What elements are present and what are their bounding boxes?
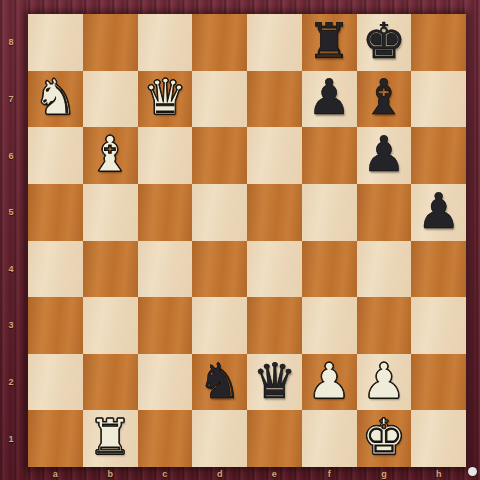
square-e1[interactable] xyxy=(247,410,302,467)
square-f7[interactable]: ♟ xyxy=(302,71,357,128)
square-a7[interactable]: ♞ xyxy=(28,71,83,128)
square-h2[interactable] xyxy=(411,354,466,411)
square-f4[interactable] xyxy=(302,241,357,298)
square-d2[interactable]: ♞ xyxy=(192,354,247,411)
square-h5[interactable]: ♟ xyxy=(411,184,466,241)
piece-black-rook-f8[interactable]: ♜ xyxy=(307,17,351,66)
square-f8[interactable]: ♜ xyxy=(302,14,357,71)
side-to-move-indicator xyxy=(468,467,477,476)
square-d1[interactable] xyxy=(192,410,247,467)
square-g4[interactable] xyxy=(357,241,412,298)
square-a1[interactable] xyxy=(28,410,83,467)
square-g7[interactable]: ♝ xyxy=(357,71,412,128)
square-a2[interactable] xyxy=(28,354,83,411)
square-c5[interactable] xyxy=(138,184,193,241)
square-g1[interactable]: ♚ xyxy=(357,410,412,467)
rank-label-7: 7 xyxy=(0,71,28,128)
piece-black-queen-e2[interactable]: ♛ xyxy=(252,357,296,406)
square-a6[interactable] xyxy=(28,127,83,184)
piece-white-king-g1[interactable]: ♚ xyxy=(362,413,406,462)
rank-label-2: 2 xyxy=(0,354,28,411)
square-g5[interactable] xyxy=(357,184,412,241)
square-g6[interactable]: ♟ xyxy=(357,127,412,184)
piece-white-pawn-g2[interactable]: ♟ xyxy=(362,357,406,406)
square-c1[interactable] xyxy=(138,410,193,467)
file-label-e: e xyxy=(247,467,302,480)
square-a4[interactable] xyxy=(28,241,83,298)
square-h6[interactable] xyxy=(411,127,466,184)
square-d4[interactable] xyxy=(192,241,247,298)
square-h7[interactable] xyxy=(411,71,466,128)
square-f2[interactable]: ♟ xyxy=(302,354,357,411)
rank-labels: 87654321 xyxy=(0,14,28,467)
piece-black-pawn-g6[interactable]: ♟ xyxy=(362,130,406,179)
square-h8[interactable] xyxy=(411,14,466,71)
square-h1[interactable] xyxy=(411,410,466,467)
square-h4[interactable] xyxy=(411,241,466,298)
rank-label-5: 5 xyxy=(0,184,28,241)
square-b6[interactable]: ♝ xyxy=(83,127,138,184)
piece-white-knight-a7[interactable]: ♞ xyxy=(33,73,77,122)
piece-black-bishop-g7[interactable]: ♝ xyxy=(362,73,406,122)
square-c6[interactable] xyxy=(138,127,193,184)
square-e4[interactable] xyxy=(247,241,302,298)
square-a8[interactable] xyxy=(28,14,83,71)
square-f6[interactable] xyxy=(302,127,357,184)
piece-white-pawn-f2[interactable]: ♟ xyxy=(307,357,351,406)
square-d7[interactable] xyxy=(192,71,247,128)
piece-black-pawn-f7[interactable]: ♟ xyxy=(307,73,351,122)
chessboard-frame: ♜♚♞♛♟♝♝♟♟♞♛♟♟♜♚ 87654321 abcdefgh xyxy=(0,0,480,480)
square-f1[interactable] xyxy=(302,410,357,467)
square-e5[interactable] xyxy=(247,184,302,241)
file-label-d: d xyxy=(192,467,247,480)
square-b2[interactable] xyxy=(83,354,138,411)
square-e2[interactable]: ♛ xyxy=(247,354,302,411)
square-b5[interactable] xyxy=(83,184,138,241)
square-c7[interactable]: ♛ xyxy=(138,71,193,128)
file-label-h: h xyxy=(411,467,466,480)
rank-label-6: 6 xyxy=(0,127,28,184)
file-label-b: b xyxy=(83,467,138,480)
file-label-f: f xyxy=(302,467,357,480)
square-b3[interactable] xyxy=(83,297,138,354)
file-labels: abcdefgh xyxy=(28,467,466,480)
piece-white-bishop-b6[interactable]: ♝ xyxy=(88,130,132,179)
piece-black-king-g8[interactable]: ♚ xyxy=(362,17,406,66)
square-b8[interactable] xyxy=(83,14,138,71)
board: ♜♚♞♛♟♝♝♟♟♞♛♟♟♜♚ xyxy=(28,14,466,467)
piece-white-rook-b1[interactable]: ♜ xyxy=(88,413,132,462)
square-a5[interactable] xyxy=(28,184,83,241)
rank-label-8: 8 xyxy=(0,14,28,71)
square-b4[interactable] xyxy=(83,241,138,298)
square-e7[interactable] xyxy=(247,71,302,128)
square-g2[interactable]: ♟ xyxy=(357,354,412,411)
square-d8[interactable] xyxy=(192,14,247,71)
square-h3[interactable] xyxy=(411,297,466,354)
square-e6[interactable] xyxy=(247,127,302,184)
square-f5[interactable] xyxy=(302,184,357,241)
piece-black-knight-d2[interactable]: ♞ xyxy=(198,357,242,406)
rank-label-3: 3 xyxy=(0,297,28,354)
square-f3[interactable] xyxy=(302,297,357,354)
square-a3[interactable] xyxy=(28,297,83,354)
file-label-g: g xyxy=(357,467,412,480)
square-c8[interactable] xyxy=(138,14,193,71)
piece-white-queen-c7[interactable]: ♛ xyxy=(143,73,187,122)
square-c3[interactable] xyxy=(138,297,193,354)
file-label-c: c xyxy=(138,467,193,480)
square-d5[interactable] xyxy=(192,184,247,241)
rank-label-1: 1 xyxy=(0,410,28,467)
square-g8[interactable]: ♚ xyxy=(357,14,412,71)
square-e8[interactable] xyxy=(247,14,302,71)
file-label-a: a xyxy=(28,467,83,480)
square-d3[interactable] xyxy=(192,297,247,354)
square-e3[interactable] xyxy=(247,297,302,354)
piece-black-pawn-h5[interactable]: ♟ xyxy=(417,187,461,236)
square-b1[interactable]: ♜ xyxy=(83,410,138,467)
square-c2[interactable] xyxy=(138,354,193,411)
rank-label-4: 4 xyxy=(0,241,28,298)
square-b7[interactable] xyxy=(83,71,138,128)
square-c4[interactable] xyxy=(138,241,193,298)
square-d6[interactable] xyxy=(192,127,247,184)
square-g3[interactable] xyxy=(357,297,412,354)
